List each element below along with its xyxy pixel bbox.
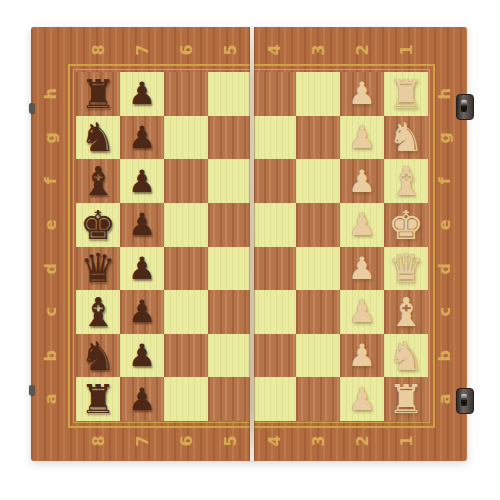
file-label: c: [29, 297, 73, 327]
piece-white-pawn: ♟: [348, 166, 376, 197]
square-f4: [252, 159, 296, 203]
square-g7: ♟: [120, 116, 164, 160]
square-a2: ♟: [340, 377, 384, 421]
square-b4: [252, 334, 296, 378]
piece-black-pawn: ♟: [128, 384, 156, 415]
square-d7: ♟: [120, 247, 164, 291]
piece-black-pawn: ♟: [128, 209, 156, 240]
piece-white-king: ♚: [388, 205, 424, 245]
square-e1: ♚: [384, 203, 428, 247]
metal-clasp: [456, 388, 474, 414]
square-b5: [208, 334, 252, 378]
square-e7: ♟: [120, 203, 164, 247]
square-e2: ♟: [340, 203, 384, 247]
piece-black-rook: ♜: [80, 379, 116, 419]
square-d5: [208, 247, 252, 291]
piece-black-pawn: ♟: [128, 122, 156, 153]
piece-white-knight: ♞: [388, 117, 424, 157]
square-g3: [296, 116, 340, 160]
piece-white-pawn: ♟: [348, 209, 376, 240]
piece-black-pawn: ♟: [128, 253, 156, 284]
piece-white-rook: ♜: [388, 379, 424, 419]
piece-white-pawn: ♟: [348, 384, 376, 415]
piece-white-bishop: ♝: [388, 292, 424, 332]
square-a6: [164, 377, 208, 421]
square-f2: ♟: [340, 159, 384, 203]
square-h5: [208, 72, 252, 116]
square-h7: ♟: [120, 72, 164, 116]
square-b3: [296, 334, 340, 378]
square-b2: ♟: [340, 334, 384, 378]
square-f7: ♟: [120, 159, 164, 203]
piece-white-pawn: ♟: [348, 78, 376, 109]
square-d6: [164, 247, 208, 291]
square-f3: [296, 159, 340, 203]
square-e3: [296, 203, 340, 247]
square-a5: [208, 377, 252, 421]
square-c5: [208, 290, 252, 334]
square-a4: [252, 377, 296, 421]
square-b7: ♟: [120, 334, 164, 378]
piece-black-bishop: ♝: [80, 161, 116, 201]
square-d1: ♛: [384, 247, 428, 291]
square-f5: [208, 159, 252, 203]
metal-clasp: [456, 94, 474, 120]
square-c3: [296, 290, 340, 334]
square-e8: ♚: [76, 203, 120, 247]
piece-black-pawn: ♟: [128, 78, 156, 109]
square-g2: ♟: [340, 116, 384, 160]
square-f8: ♝: [76, 159, 120, 203]
piece-black-bishop: ♝: [80, 292, 116, 332]
square-a7: ♟: [120, 377, 164, 421]
square-g1: ♞: [384, 116, 428, 160]
square-g4: [252, 116, 296, 160]
file-label: g: [29, 122, 73, 152]
piece-white-knight: ♞: [388, 336, 424, 376]
square-e6: [164, 203, 208, 247]
square-h4: [252, 72, 296, 116]
file-label: b: [29, 341, 73, 371]
square-h8: ♜: [76, 72, 120, 116]
square-c6: [164, 290, 208, 334]
square-b8: ♞: [76, 334, 120, 378]
square-f6: [164, 159, 208, 203]
fold-seam: [250, 27, 254, 461]
hinge-pin: [29, 385, 35, 395]
piece-white-pawn: ♟: [348, 340, 376, 371]
piece-white-pawn: ♟: [348, 122, 376, 153]
left-file-labels: hgfedcba: [36, 72, 66, 421]
square-d8: ♛: [76, 247, 120, 291]
square-h3: [296, 72, 340, 116]
square-c2: ♟: [340, 290, 384, 334]
square-e5: [208, 203, 252, 247]
piece-black-pawn: ♟: [128, 166, 156, 197]
square-a1: ♜: [384, 377, 428, 421]
piece-black-king: ♚: [80, 205, 116, 245]
square-a8: ♜: [76, 377, 120, 421]
square-d3: [296, 247, 340, 291]
square-c4: [252, 290, 296, 334]
piece-black-queen: ♛: [80, 248, 116, 288]
square-h2: ♟: [340, 72, 384, 116]
hinge-pin: [29, 103, 35, 113]
square-d2: ♟: [340, 247, 384, 291]
piece-black-rook: ♜: [80, 74, 116, 114]
square-g5: [208, 116, 252, 160]
square-a3: [296, 377, 340, 421]
square-c8: ♝: [76, 290, 120, 334]
piece-white-rook: ♜: [388, 74, 424, 114]
file-label: h: [29, 79, 73, 109]
square-b1: ♞: [384, 334, 428, 378]
piece-white-queen: ♛: [388, 248, 424, 288]
square-f1: ♝: [384, 159, 428, 203]
square-c1: ♝: [384, 290, 428, 334]
piece-black-pawn: ♟: [128, 296, 156, 327]
piece-black-knight: ♞: [80, 336, 116, 376]
square-g6: [164, 116, 208, 160]
file-label: e: [29, 210, 73, 240]
square-c7: ♟: [120, 290, 164, 334]
square-b6: [164, 334, 208, 378]
file-label: a: [29, 384, 73, 414]
product-photo: 87654321 87654321 hgfedcba hgfedcba ♜♟♟♜…: [0, 0, 500, 500]
file-label: f: [29, 166, 73, 196]
square-h6: [164, 72, 208, 116]
chessboard: 87654321 87654321 hgfedcba hgfedcba ♜♟♟♜…: [31, 27, 467, 461]
piece-black-pawn: ♟: [128, 340, 156, 371]
square-d4: [252, 247, 296, 291]
piece-white-pawn: ♟: [348, 253, 376, 284]
square-e4: [252, 203, 296, 247]
piece-white-pawn: ♟: [348, 296, 376, 327]
square-h1: ♜: [384, 72, 428, 116]
file-label: d: [29, 253, 73, 283]
square-g8: ♞: [76, 116, 120, 160]
piece-white-bishop: ♝: [388, 161, 424, 201]
piece-black-knight: ♞: [80, 117, 116, 157]
